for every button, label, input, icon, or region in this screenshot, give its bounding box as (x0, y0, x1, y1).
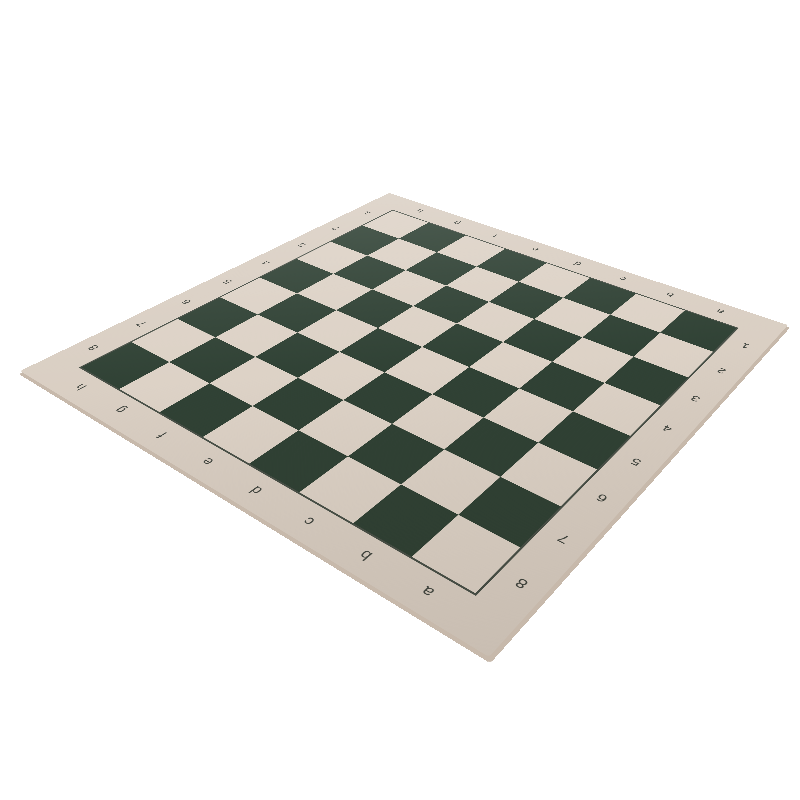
chessboard-photo: abcdefgh abcdefgh 87654321 87654321 (0, 0, 800, 800)
chess-mat: abcdefgh abcdefgh 87654321 87654321 (20, 193, 788, 657)
playing-area (79, 210, 739, 596)
